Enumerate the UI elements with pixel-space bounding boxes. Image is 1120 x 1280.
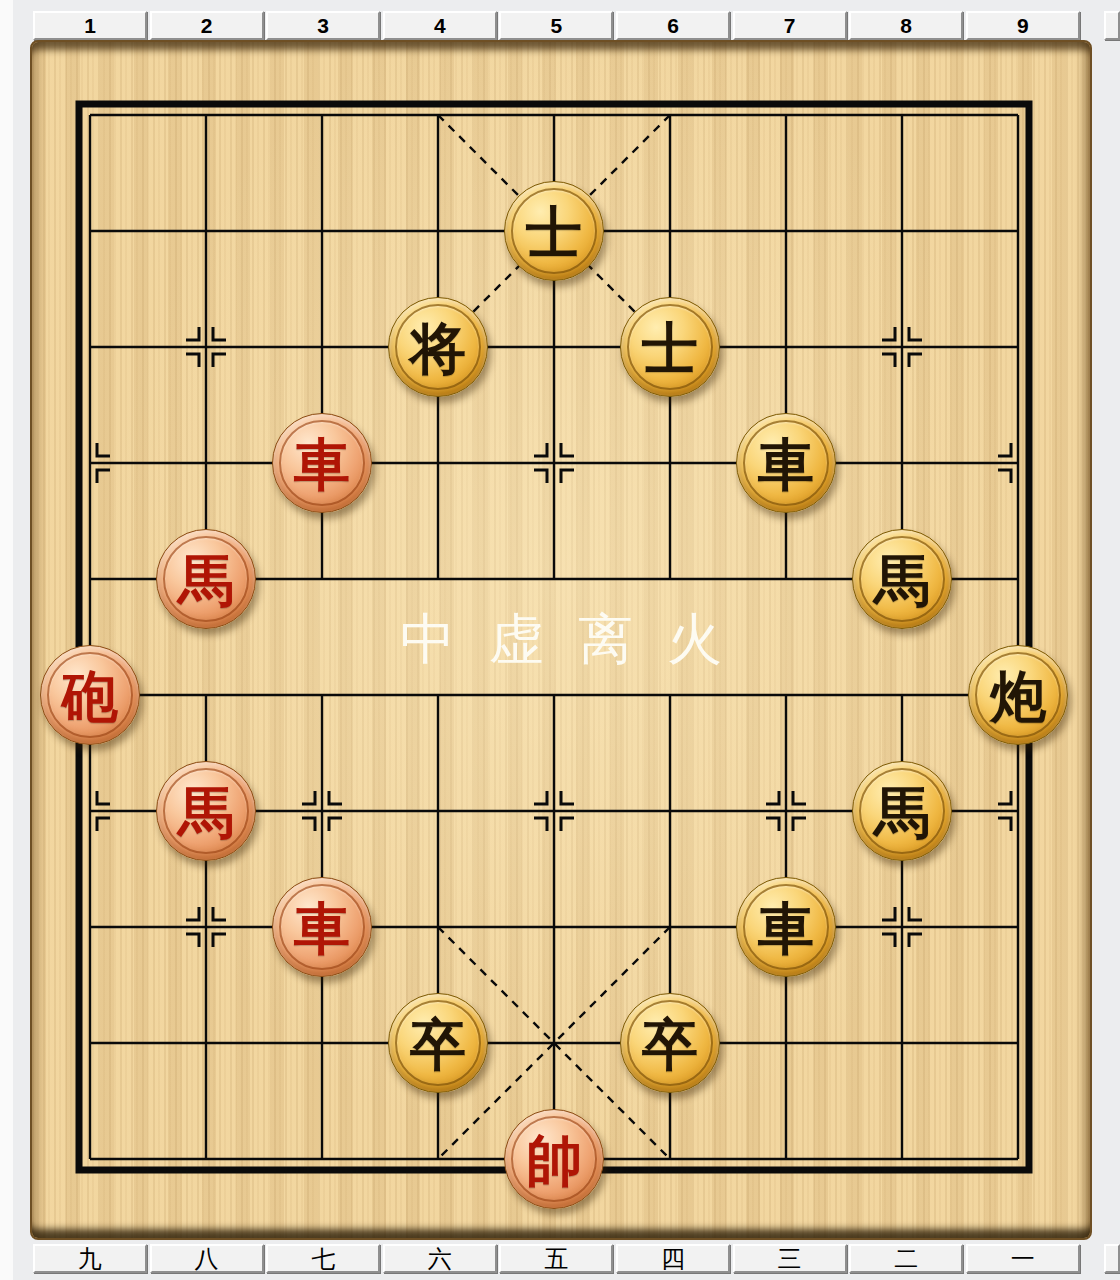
partial-coordinate-cell — [1104, 1244, 1120, 1273]
piece-glyph: 砲 — [62, 666, 118, 724]
file-label-bottom-4: 六 — [383, 1244, 497, 1273]
piece-glyph: 車 — [294, 434, 350, 492]
piece-glyph: 馬 — [178, 550, 234, 608]
window-edge — [0, 0, 13, 1280]
piece-black-pawn-2[interactable]: 卒 — [620, 993, 720, 1093]
file-label-top-1: 1 — [33, 11, 147, 40]
file-label-bottom-1: 九 — [33, 1244, 147, 1273]
pieces-layer: 士将士車車馬馬砲炮馬馬車車卒卒帥 — [32, 57, 1076, 1217]
piece-black-general[interactable]: 将 — [388, 297, 488, 397]
top-coordinate-bar: 123456789 — [0, 11, 1120, 41]
file-label-top-7: 7 — [733, 11, 847, 40]
bottom-coordinate-bar: 九八七六五四三二一 — [0, 1244, 1120, 1274]
piece-glyph: 卒 — [642, 1014, 698, 1072]
file-label-top-8: 8 — [849, 11, 963, 40]
partial-coordinate-cell — [1104, 11, 1120, 40]
piece-black-advisor-2[interactable]: 士 — [620, 297, 720, 397]
piece-red-chariot-1[interactable]: 車 — [272, 413, 372, 513]
file-label-top-4: 4 — [383, 11, 497, 40]
piece-red-chariot-2[interactable]: 車 — [272, 877, 372, 977]
piece-glyph: 馬 — [178, 782, 234, 840]
piece-black-horse-2[interactable]: 馬 — [852, 761, 952, 861]
piece-black-pawn-1[interactable]: 卒 — [388, 993, 488, 1093]
piece-glyph: 卒 — [410, 1014, 466, 1072]
file-label-top-9: 9 — [966, 11, 1080, 40]
piece-glyph: 馬 — [874, 782, 930, 840]
piece-black-cannon[interactable]: 炮 — [968, 645, 1068, 745]
piece-black-chariot-2[interactable]: 車 — [736, 877, 836, 977]
piece-red-horse-1[interactable]: 馬 — [156, 529, 256, 629]
piece-glyph: 士 — [642, 318, 698, 376]
file-label-bottom-9: 一 — [966, 1244, 1080, 1273]
piece-glyph: 車 — [758, 898, 814, 956]
file-label-top-2: 2 — [150, 11, 264, 40]
piece-glyph: 車 — [758, 434, 814, 492]
file-label-bottom-2: 八 — [150, 1244, 264, 1273]
piece-black-advisor-1[interactable]: 士 — [504, 181, 604, 281]
xiangqi-board: 中虚离火 士将士車車馬馬砲炮馬馬車車卒卒帥 — [30, 40, 1092, 1240]
file-label-bottom-5: 五 — [499, 1244, 613, 1273]
piece-glyph: 帥 — [526, 1130, 582, 1188]
piece-red-general[interactable]: 帥 — [504, 1109, 604, 1209]
file-label-bottom-3: 七 — [266, 1244, 380, 1273]
piece-black-chariot-1[interactable]: 車 — [736, 413, 836, 513]
piece-glyph: 馬 — [874, 550, 930, 608]
file-label-bottom-7: 三 — [733, 1244, 847, 1273]
file-label-top-5: 5 — [499, 11, 613, 40]
piece-glyph: 将 — [410, 318, 466, 376]
file-label-top-3: 3 — [266, 11, 380, 40]
file-label-top-6: 6 — [616, 11, 730, 40]
piece-glyph: 炮 — [990, 666, 1046, 724]
piece-glyph: 士 — [526, 202, 582, 260]
file-label-bottom-8: 二 — [849, 1244, 963, 1273]
piece-black-horse-1[interactable]: 馬 — [852, 529, 952, 629]
piece-glyph: 車 — [294, 898, 350, 956]
piece-red-cannon[interactable]: 砲 — [40, 645, 140, 745]
piece-red-horse-2[interactable]: 馬 — [156, 761, 256, 861]
file-label-bottom-6: 四 — [616, 1244, 730, 1273]
